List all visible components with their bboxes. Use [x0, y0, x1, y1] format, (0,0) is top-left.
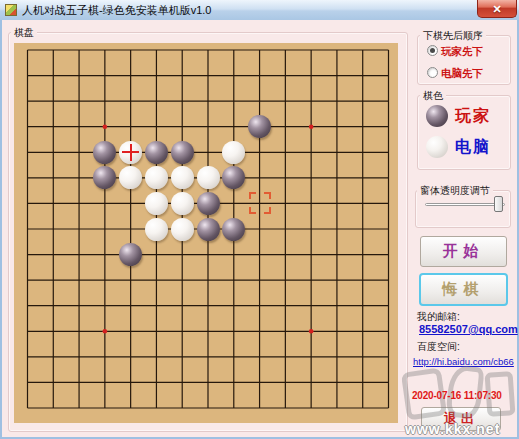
stone-light: [171, 192, 194, 215]
undo-button[interactable]: 悔棋: [419, 273, 508, 306]
stone-dark: [145, 141, 168, 164]
stone-dark: [197, 218, 220, 241]
stone-dark: [171, 141, 194, 164]
player-label: 玩家: [455, 106, 491, 127]
start-button[interactable]: 开始: [420, 236, 507, 267]
transparency-label: 窗体透明度调节: [417, 184, 493, 198]
email-label: 我的邮箱:: [417, 310, 460, 324]
computer-label: 电脑: [455, 137, 491, 158]
app-icon: [5, 4, 17, 16]
email-link[interactable]: 85582507@qq.com: [419, 323, 518, 335]
titlebar: 人机对战五子棋-绿色免安装单机版v1.0 ✕: [0, 0, 519, 20]
transparency-slider-thumb[interactable]: [494, 196, 503, 212]
radio-circle-player-first[interactable]: [427, 45, 438, 56]
player-stone-icon: [426, 105, 448, 127]
stone-dark: [93, 141, 116, 164]
goban-board[interactable]: [14, 43, 398, 423]
stone-dark: [222, 218, 245, 241]
app-window: 人机对战五子棋-绿色免安装单机版v1.0 ✕ 棋盘 下棋先后顺序 玩家先下 电脑…: [0, 0, 519, 439]
baidu-label: 百度空间:: [417, 340, 460, 354]
board-group-label: 棋盘: [11, 26, 37, 40]
order-group-label: 下棋先后顺序: [420, 29, 486, 43]
timestamp: 2020-07-16 11:07:30: [412, 390, 502, 401]
radio-circle-computer-first[interactable]: [427, 67, 438, 78]
color-group-label: 棋色: [420, 89, 446, 103]
last-move-marker: [122, 144, 139, 161]
stone-light: [197, 166, 220, 189]
radio-label-computer-first[interactable]: 电脑先下: [441, 67, 483, 81]
radio-player-first[interactable]: 玩家先下: [427, 45, 507, 58]
stone-light: [222, 141, 245, 164]
radio-computer-first[interactable]: 电脑先下: [427, 67, 507, 80]
close-button[interactable]: ✕: [477, 0, 517, 18]
stone-light: [171, 166, 194, 189]
computer-stone-icon: [426, 136, 448, 158]
stone-dark: [197, 192, 220, 215]
window-title: 人机对战五子棋-绿色免安装单机版v1.0: [22, 3, 211, 18]
stone-light: [145, 218, 168, 241]
exit-button[interactable]: 退出: [421, 407, 501, 431]
stone-light: [171, 218, 194, 241]
stone-light: [145, 192, 168, 215]
radio-label-player-first[interactable]: 玩家先下: [441, 45, 483, 59]
cursor-marker: [249, 192, 271, 214]
baidu-link[interactable]: http://hi.baidu.com/cb66: [413, 356, 514, 367]
